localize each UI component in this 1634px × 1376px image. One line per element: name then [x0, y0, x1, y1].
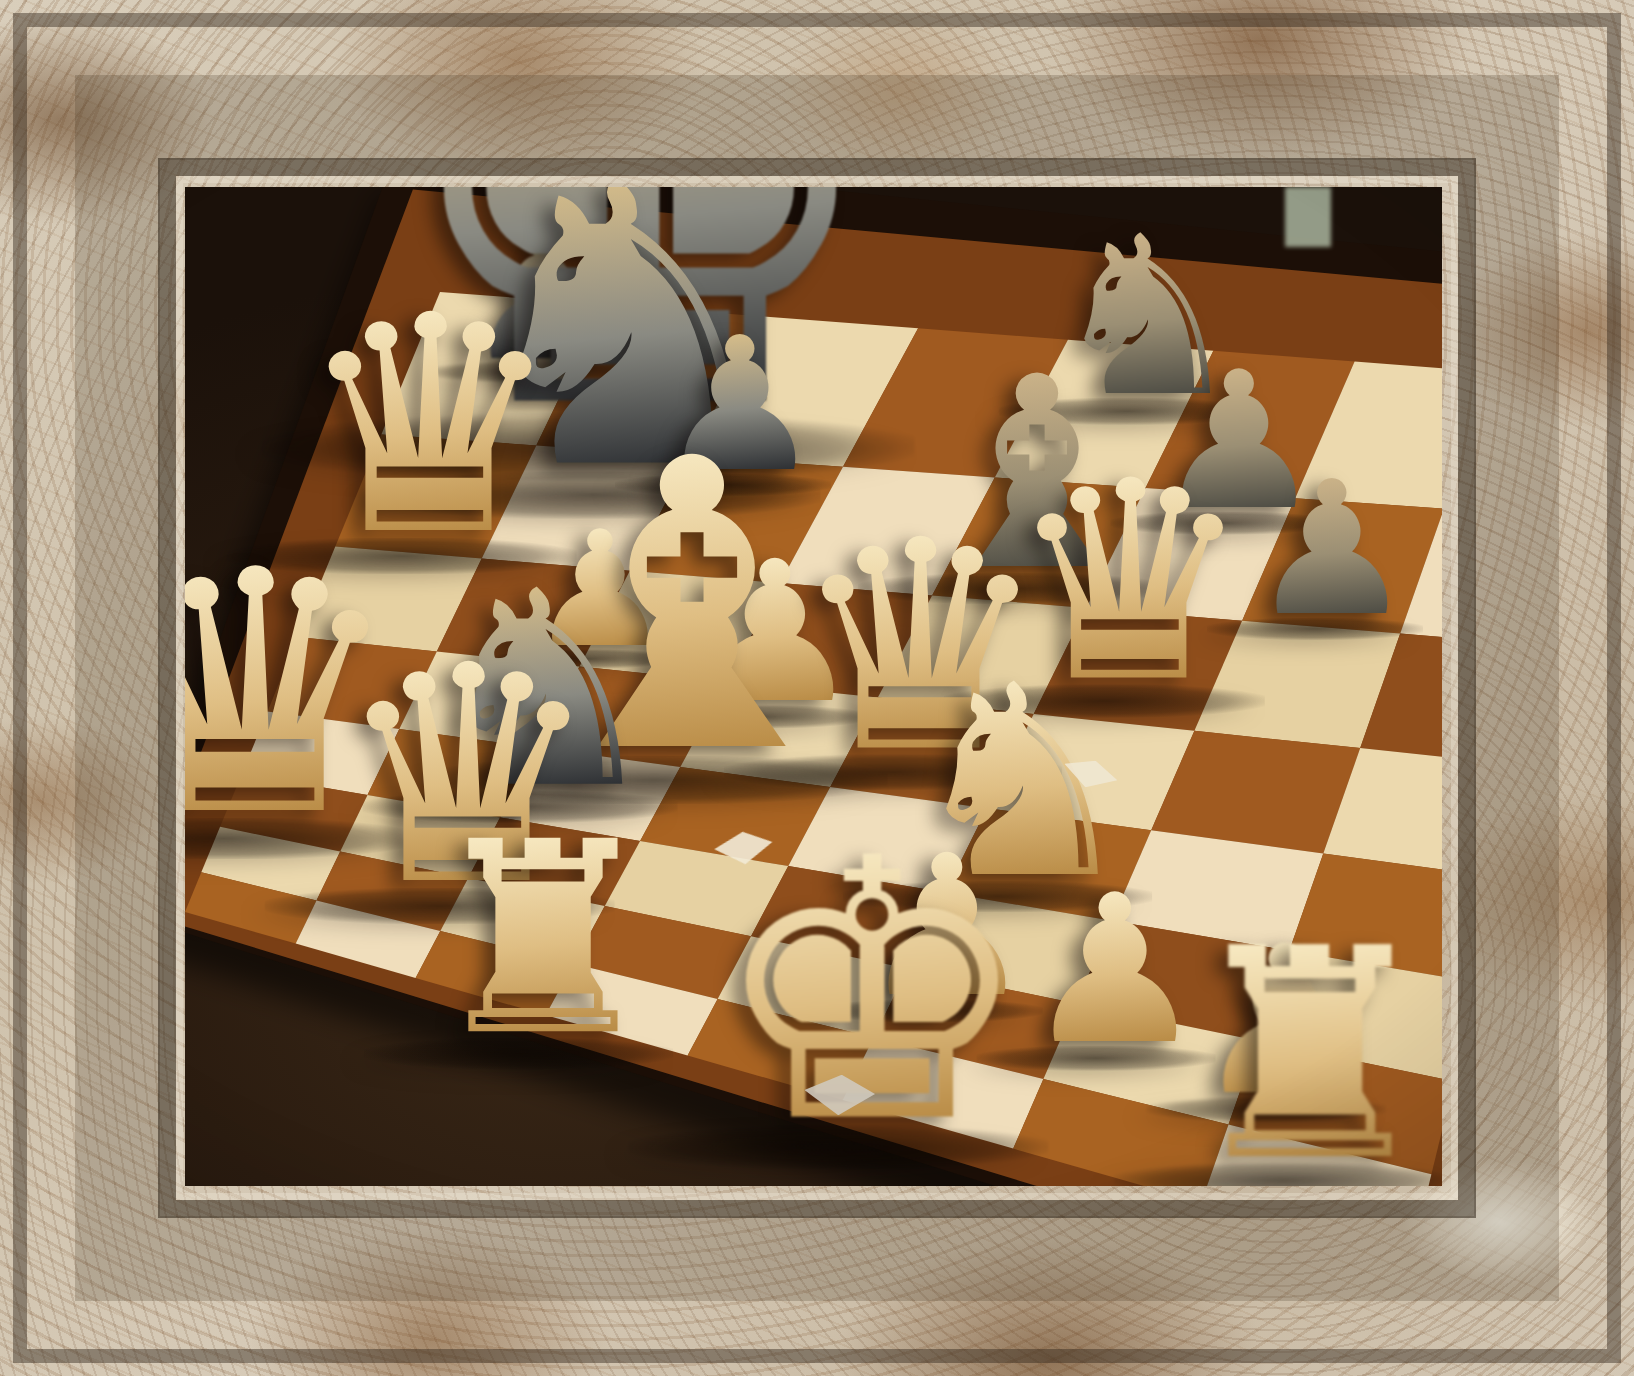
framed-chess-photo: { "game": "chess", "scene_note": "framed… [0, 0, 1634, 1376]
piece-black-pawn-g7[interactable]: ♟ [1249, 457, 1415, 642]
piece-white-rook-d1[interactable]: ♜ [424, 807, 662, 1072]
piece-contact-shadow [629, 1126, 1049, 1169]
piece-contact-shadow [1114, 1163, 1442, 1186]
piece-white-king-f1[interactable]: ♚ [711, 812, 1034, 1172]
pieces-layer: ♟♞♚♞♟♟♛♝♟♟♛♟♝♛♞♛♞♛♟♜♟♟♚♜ [185, 187, 1442, 1186]
marble-picture-frame: ♟♞♚♞♟♟♛♝♟♟♛♟♝♛♞♛♞♛♟♜♟♟♚♜ [0, 0, 1634, 1376]
chess-photo: ♟♞♚♞♟♟♛♝♟♟♛♟♝♛♞♛♞♛♟♜♟♟♚♜ [185, 187, 1442, 1186]
piece-contact-shadow [364, 1038, 673, 1070]
piece-white-rook-h1[interactable]: ♜ [1180, 911, 1440, 1186]
